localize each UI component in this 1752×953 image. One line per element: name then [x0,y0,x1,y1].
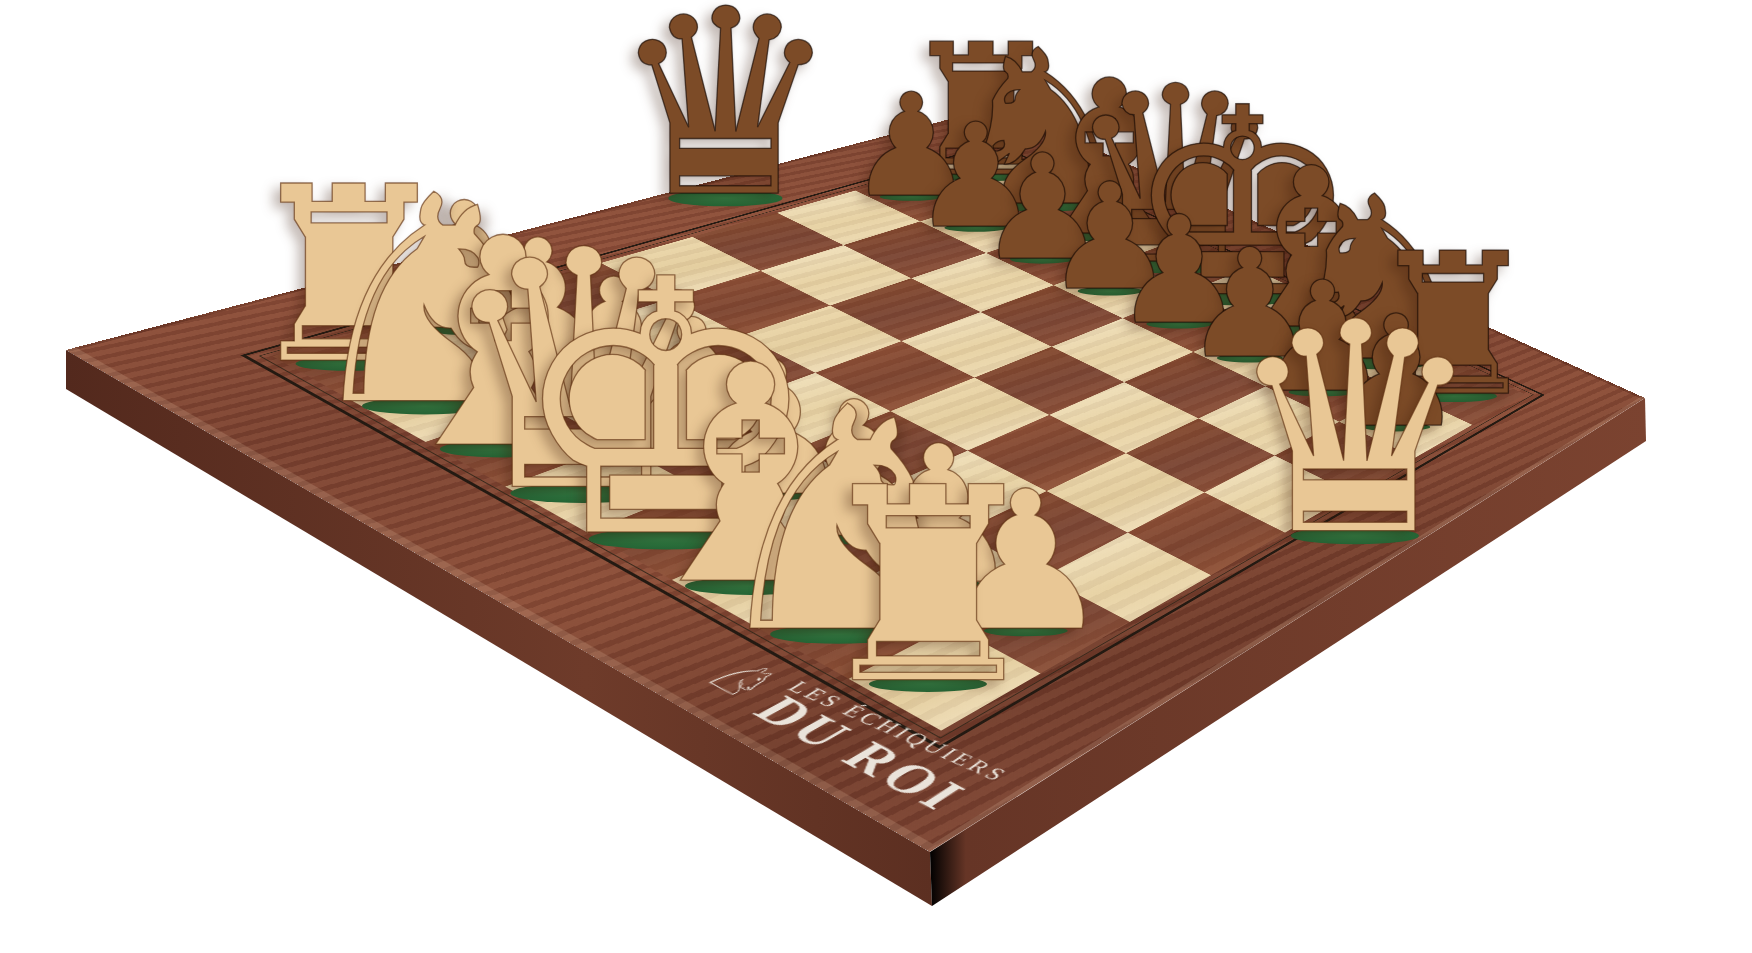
product-photo-stage: ♘ LES ÉCHIQUIERS DU ROI ♜♞♝♛♚♝♞♜♟♟♟♟♟♟♟♟… [0,0,1752,953]
